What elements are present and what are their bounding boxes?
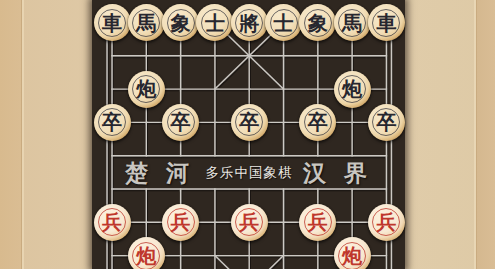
piece-卒-black[interactable]: 卒: [231, 104, 268, 141]
piece-兵-red[interactable]: 兵: [162, 204, 199, 241]
piece-兵-red[interactable]: 兵: [368, 204, 405, 241]
piece-卒-black[interactable]: 卒: [299, 104, 336, 141]
piece-label: 卒: [308, 112, 328, 132]
piece-炮-red[interactable]: 炮: [334, 237, 371, 269]
xiangqi-app-window: 楚河 多乐中国象棋 汉界 車馬象士將士象馬車炮炮卒卒卒卒卒兵兵兵兵兵炮炮: [0, 0, 495, 269]
piece-label: 將: [239, 13, 259, 33]
piece-label: 兵: [171, 212, 191, 232]
piece-象-black[interactable]: 象: [162, 4, 199, 41]
app-watermark: 多乐中国象棋: [189, 165, 309, 181]
piece-label: 馬: [342, 13, 362, 33]
piece-炮-black[interactable]: 炮: [128, 71, 165, 108]
piece-label: 兵: [102, 212, 122, 232]
piece-卒-black[interactable]: 卒: [368, 104, 405, 141]
piece-label: 馬: [136, 13, 156, 33]
piece-馬-black[interactable]: 馬: [128, 4, 165, 41]
piece-將-black[interactable]: 將: [231, 4, 268, 41]
piece-label: 士: [274, 13, 294, 33]
piece-卒-black[interactable]: 卒: [162, 104, 199, 141]
piece-label: 卒: [239, 112, 259, 132]
piece-兵-red[interactable]: 兵: [94, 204, 131, 241]
piece-士-black[interactable]: 士: [265, 4, 302, 41]
piece-label: 象: [171, 13, 191, 33]
piece-label: 卒: [102, 112, 122, 132]
piece-label: 炮: [136, 79, 156, 99]
piece-label: 炮: [342, 246, 362, 266]
piece-label: 炮: [342, 79, 362, 99]
piece-車-black[interactable]: 車: [94, 4, 131, 41]
piece-label: 兵: [308, 212, 328, 232]
piece-label: 兵: [376, 212, 396, 232]
piece-炮-black[interactable]: 炮: [334, 71, 371, 108]
piece-label: 車: [102, 13, 122, 33]
piece-label: 卒: [376, 112, 396, 132]
piece-label: 士: [205, 13, 225, 33]
xiangqi-board[interactable]: 楚河 多乐中国象棋 汉界 車馬象士將士象馬車炮炮卒卒卒卒卒兵兵兵兵兵炮炮: [92, 0, 405, 269]
piece-馬-black[interactable]: 馬: [334, 4, 371, 41]
piece-label: 炮: [136, 246, 156, 266]
piece-label: 象: [308, 13, 328, 33]
piece-卒-black[interactable]: 卒: [94, 104, 131, 141]
background-right-margin: [476, 0, 495, 269]
piece-炮-red[interactable]: 炮: [128, 237, 165, 269]
piece-label: 卒: [171, 112, 191, 132]
piece-車-black[interactable]: 車: [368, 4, 405, 41]
piece-兵-red[interactable]: 兵: [299, 204, 336, 241]
background-left-margin: [0, 0, 22, 269]
piece-label: 兵: [239, 212, 259, 232]
piece-label: 車: [376, 13, 396, 33]
river-label-han-jie: 汉界: [303, 156, 385, 189]
piece-兵-red[interactable]: 兵: [231, 204, 268, 241]
